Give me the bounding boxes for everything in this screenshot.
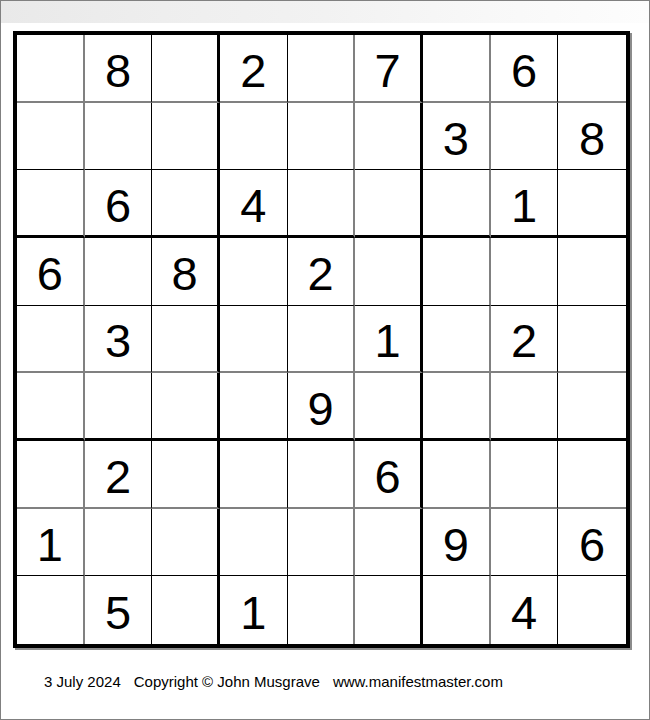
cell-r7c2: 2 (85, 441, 153, 509)
cell-r1c7 (423, 35, 491, 103)
top-band (1, 1, 649, 23)
cell-r3c4: 4 (220, 170, 288, 238)
cell-r6c6 (355, 373, 423, 441)
cell-r8c3 (152, 509, 220, 577)
cell-r2c1 (17, 103, 85, 171)
cell-r8c4 (220, 509, 288, 577)
cell-r8c8 (491, 509, 559, 577)
cell-r8c5 (288, 509, 356, 577)
cell-r7c6: 6 (355, 441, 423, 509)
cell-r7c3 (152, 441, 220, 509)
cell-r7c4 (220, 441, 288, 509)
cell-r3c2: 6 (85, 170, 153, 238)
cell-r5c4 (220, 306, 288, 374)
cell-r3c7 (423, 170, 491, 238)
cell-r4c2 (85, 238, 153, 306)
cell-r2c3 (152, 103, 220, 171)
cell-r2c5 (288, 103, 356, 171)
cell-r4c8 (491, 238, 559, 306)
cell-r2c7: 3 (423, 103, 491, 171)
cell-r5c6: 1 (355, 306, 423, 374)
cell-r5c1 (17, 306, 85, 374)
cell-r4c7 (423, 238, 491, 306)
cell-r5c5 (288, 306, 356, 374)
cell-r4c5: 2 (288, 238, 356, 306)
cell-r1c4: 2 (220, 35, 288, 103)
cell-r9c3 (152, 576, 220, 644)
cell-r6c3 (152, 373, 220, 441)
cell-r4c1: 6 (17, 238, 85, 306)
cell-r8c9: 6 (558, 509, 626, 577)
cell-r2c2 (85, 103, 153, 171)
cell-r9c8: 4 (491, 576, 559, 644)
cell-r5c2: 3 (85, 306, 153, 374)
cell-r7c5 (288, 441, 356, 509)
cell-r1c9 (558, 35, 626, 103)
cell-r9c9 (558, 576, 626, 644)
sudoku-board: 827638641682312926196514 (13, 31, 630, 648)
cell-r3c9 (558, 170, 626, 238)
cell-r9c2: 5 (85, 576, 153, 644)
cell-r2c4 (220, 103, 288, 171)
sudoku-page: 827638641682312926196514 3 July 2024 Cop… (0, 0, 650, 720)
cell-r3c1 (17, 170, 85, 238)
cell-r6c2 (85, 373, 153, 441)
cell-r9c4: 1 (220, 576, 288, 644)
cell-r6c5: 9 (288, 373, 356, 441)
cell-r1c8: 6 (491, 35, 559, 103)
footer: 3 July 2024 Copyright © John Musgrave ww… (44, 673, 503, 690)
cell-r3c6 (355, 170, 423, 238)
cell-r1c2: 8 (85, 35, 153, 103)
cell-r6c1 (17, 373, 85, 441)
cell-r5c7 (423, 306, 491, 374)
cell-r9c1 (17, 576, 85, 644)
cell-r1c3 (152, 35, 220, 103)
cell-r4c4 (220, 238, 288, 306)
cell-r8c1: 1 (17, 509, 85, 577)
cell-r2c6 (355, 103, 423, 171)
cell-r6c8 (491, 373, 559, 441)
cell-r2c8 (491, 103, 559, 171)
cell-r9c5 (288, 576, 356, 644)
cell-r7c1 (17, 441, 85, 509)
cell-r9c6 (355, 576, 423, 644)
cell-r6c9 (558, 373, 626, 441)
cell-r5c9 (558, 306, 626, 374)
cell-r1c5 (288, 35, 356, 103)
cell-r5c8: 2 (491, 306, 559, 374)
cell-r7c9 (558, 441, 626, 509)
cell-r7c7 (423, 441, 491, 509)
cell-r5c3 (152, 306, 220, 374)
cell-r1c6: 7 (355, 35, 423, 103)
cell-r3c5 (288, 170, 356, 238)
cell-r9c7 (423, 576, 491, 644)
footer-date: 3 July 2024 (44, 673, 121, 690)
cell-r4c9 (558, 238, 626, 306)
footer-website: www.manifestmaster.com (333, 673, 503, 690)
cell-r6c4 (220, 373, 288, 441)
cell-r4c3: 8 (152, 238, 220, 306)
cell-r7c8 (491, 441, 559, 509)
cell-r3c3 (152, 170, 220, 238)
cell-r6c7 (423, 373, 491, 441)
cell-r8c2 (85, 509, 153, 577)
cell-r1c1 (17, 35, 85, 103)
cell-r8c6 (355, 509, 423, 577)
cell-r8c7: 9 (423, 509, 491, 577)
footer-copyright: Copyright © John Musgrave (134, 673, 320, 690)
cell-r3c8: 1 (491, 170, 559, 238)
cell-r4c6 (355, 238, 423, 306)
cell-r2c9: 8 (558, 103, 626, 171)
